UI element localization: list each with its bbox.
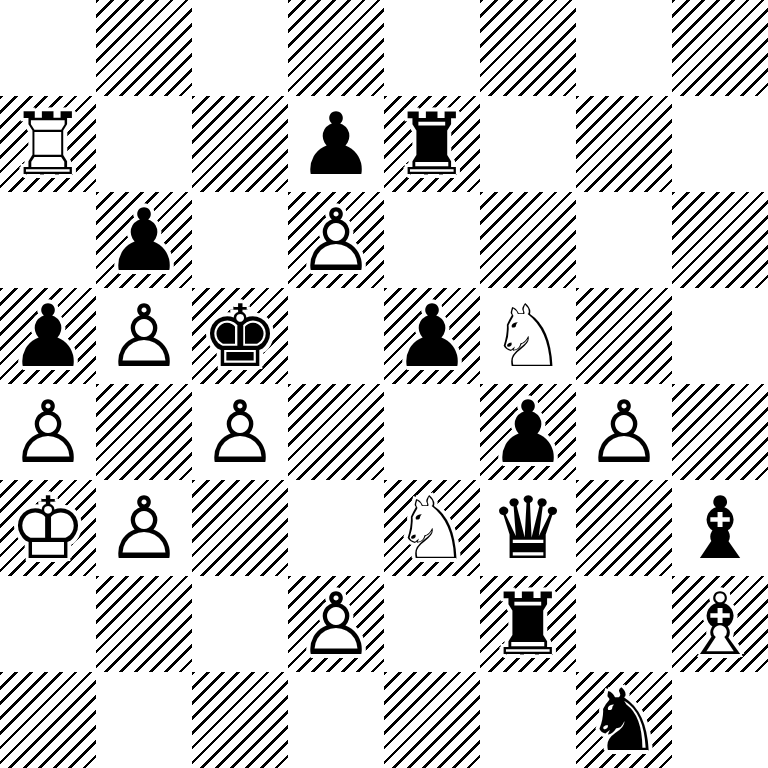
square-h7[interactable] <box>672 96 768 192</box>
piece-glyph: ♗ <box>672 576 768 672</box>
square-g3[interactable] <box>576 480 672 576</box>
square-g7[interactable] <box>576 96 672 192</box>
piece-white-pawn[interactable]: ♟♙ <box>288 576 384 672</box>
square-c7[interactable] <box>192 96 288 192</box>
square-a5[interactable]: ♟♟ <box>0 288 96 384</box>
piece-black-king[interactable]: ♚♚ <box>192 288 288 384</box>
square-g6[interactable] <box>576 192 672 288</box>
square-h2[interactable]: ♝♗ <box>672 576 768 672</box>
chess-board: ♜♖♟♟♜♜♟♟♟♙♟♟♟♙♚♚♟♟♞♘♟♙♟♙♟♟♟♙♚♔♟♙♞♘♛♛♝♝♟♙… <box>0 0 768 768</box>
square-d7[interactable]: ♟♟ <box>288 96 384 192</box>
square-e7[interactable]: ♜♜ <box>384 96 480 192</box>
piece-white-knight[interactable]: ♞♘ <box>384 480 480 576</box>
piece-white-pawn[interactable]: ♟♙ <box>96 288 192 384</box>
square-d1[interactable] <box>288 672 384 768</box>
square-g8[interactable] <box>576 0 672 96</box>
square-d3[interactable] <box>288 480 384 576</box>
square-h8[interactable] <box>672 0 768 96</box>
square-h4[interactable] <box>672 384 768 480</box>
piece-glyph: ♘ <box>480 288 576 384</box>
square-d5[interactable] <box>288 288 384 384</box>
square-e8[interactable] <box>384 0 480 96</box>
piece-white-knight[interactable]: ♞♘ <box>480 288 576 384</box>
square-d8[interactable] <box>288 0 384 96</box>
square-d2[interactable]: ♟♙ <box>288 576 384 672</box>
square-e1[interactable] <box>384 672 480 768</box>
square-e2[interactable] <box>384 576 480 672</box>
square-b4[interactable] <box>96 384 192 480</box>
square-a6[interactable] <box>0 192 96 288</box>
square-c5[interactable]: ♚♚ <box>192 288 288 384</box>
square-h3[interactable]: ♝♝ <box>672 480 768 576</box>
square-c2[interactable] <box>192 576 288 672</box>
square-c1[interactable] <box>192 672 288 768</box>
square-f6[interactable] <box>480 192 576 288</box>
square-d6[interactable]: ♟♙ <box>288 192 384 288</box>
piece-glyph: ♝ <box>672 480 768 576</box>
piece-white-pawn[interactable]: ♟♙ <box>96 480 192 576</box>
piece-glyph: ♙ <box>288 192 384 288</box>
square-b5[interactable]: ♟♙ <box>96 288 192 384</box>
square-g5[interactable] <box>576 288 672 384</box>
square-h1[interactable] <box>672 672 768 768</box>
square-c6[interactable] <box>192 192 288 288</box>
square-b7[interactable] <box>96 96 192 192</box>
square-e6[interactable] <box>384 192 480 288</box>
piece-white-pawn[interactable]: ♟♙ <box>576 384 672 480</box>
piece-white-king[interactable]: ♚♔ <box>0 480 96 576</box>
square-b2[interactable] <box>96 576 192 672</box>
piece-glyph: ♙ <box>96 288 192 384</box>
piece-glyph: ♙ <box>288 576 384 672</box>
piece-glyph: ♙ <box>192 384 288 480</box>
piece-glyph: ♟ <box>0 288 96 384</box>
piece-black-pawn[interactable]: ♟♟ <box>384 288 480 384</box>
square-h5[interactable] <box>672 288 768 384</box>
square-f3[interactable]: ♛♛ <box>480 480 576 576</box>
piece-glyph: ♔ <box>0 480 96 576</box>
square-b6[interactable]: ♟♟ <box>96 192 192 288</box>
piece-white-rook[interactable]: ♜♖ <box>0 96 96 192</box>
piece-glyph: ♖ <box>0 96 96 192</box>
square-a4[interactable]: ♟♙ <box>0 384 96 480</box>
piece-black-knight[interactable]: ♞♞ <box>576 672 672 768</box>
square-a8[interactable] <box>0 0 96 96</box>
piece-black-rook[interactable]: ♜♜ <box>384 96 480 192</box>
piece-glyph: ♚ <box>192 288 288 384</box>
square-f7[interactable] <box>480 96 576 192</box>
piece-glyph: ♟ <box>384 288 480 384</box>
piece-glyph: ♟ <box>288 96 384 192</box>
square-f8[interactable] <box>480 0 576 96</box>
square-c8[interactable] <box>192 0 288 96</box>
piece-glyph: ♜ <box>384 96 480 192</box>
piece-glyph: ♟ <box>96 192 192 288</box>
square-d4[interactable] <box>288 384 384 480</box>
piece-white-pawn[interactable]: ♟♙ <box>0 384 96 480</box>
piece-black-queen[interactable]: ♛♛ <box>480 480 576 576</box>
square-c4[interactable]: ♟♙ <box>192 384 288 480</box>
square-g1[interactable]: ♞♞ <box>576 672 672 768</box>
piece-black-pawn[interactable]: ♟♟ <box>0 288 96 384</box>
piece-glyph: ♜ <box>480 576 576 672</box>
square-g4[interactable]: ♟♙ <box>576 384 672 480</box>
piece-glyph: ♙ <box>96 480 192 576</box>
piece-white-pawn[interactable]: ♟♙ <box>288 192 384 288</box>
square-f2[interactable]: ♜♜ <box>480 576 576 672</box>
square-f4[interactable]: ♟♟ <box>480 384 576 480</box>
square-a7[interactable]: ♜♖ <box>0 96 96 192</box>
piece-glyph: ♘ <box>384 480 480 576</box>
square-h6[interactable] <box>672 192 768 288</box>
square-f5[interactable]: ♞♘ <box>480 288 576 384</box>
piece-white-pawn[interactable]: ♟♙ <box>192 384 288 480</box>
square-e3[interactable]: ♞♘ <box>384 480 480 576</box>
square-c3[interactable] <box>192 480 288 576</box>
square-a2[interactable] <box>0 576 96 672</box>
square-f1[interactable] <box>480 672 576 768</box>
piece-black-pawn[interactable]: ♟♟ <box>480 384 576 480</box>
piece-glyph: ♟ <box>480 384 576 480</box>
square-e4[interactable] <box>384 384 480 480</box>
piece-glyph: ♞ <box>576 672 672 768</box>
piece-black-pawn[interactable]: ♟♟ <box>288 96 384 192</box>
piece-glyph: ♛ <box>480 480 576 576</box>
square-b8[interactable] <box>96 0 192 96</box>
piece-white-bishop[interactable]: ♝♗ <box>672 576 768 672</box>
square-g2[interactable] <box>576 576 672 672</box>
square-a3[interactable]: ♚♔ <box>0 480 96 576</box>
square-b3[interactable]: ♟♙ <box>96 480 192 576</box>
piece-black-bishop[interactable]: ♝♝ <box>672 480 768 576</box>
piece-black-pawn[interactable]: ♟♟ <box>96 192 192 288</box>
piece-glyph: ♙ <box>576 384 672 480</box>
piece-black-rook[interactable]: ♜♜ <box>480 576 576 672</box>
square-a1[interactable] <box>0 672 96 768</box>
square-b1[interactable] <box>96 672 192 768</box>
piece-glyph: ♙ <box>0 384 96 480</box>
square-e5[interactable]: ♟♟ <box>384 288 480 384</box>
